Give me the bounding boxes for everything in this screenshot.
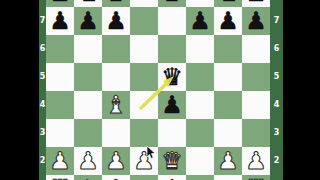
square-a2[interactable]: ♟ [46,147,74,175]
square-b7[interactable]: ♟ [74,7,102,35]
black-rook[interactable]: ♜ [46,0,74,7]
square-g2[interactable]: ♟ [214,147,242,175]
white-bishop[interactable]: ♝ [102,91,130,119]
square-b6[interactable] [74,35,102,63]
white-pawn[interactable]: ♟ [130,147,158,175]
square-e2[interactable]: ♛ [158,147,186,175]
square-c7[interactable]: ♟ [102,7,130,35]
white-queen[interactable]: ♛ [158,147,186,175]
square-b3[interactable] [74,119,102,147]
square-f2[interactable] [186,147,214,175]
chess-board[interactable]: ♜♞♝♚♞♜♟♟♟♟♟♟♛♝♟♟♟♟♟♛♟♟♜♞♝♚♜ [46,0,270,180]
square-c3[interactable] [102,119,130,147]
square-h8[interactable]: ♜ [242,0,270,7]
rank-label-2-left: 2 [39,157,46,165]
white-knight[interactable]: ♞ [74,175,102,180]
square-f4[interactable] [186,91,214,119]
white-pawn[interactable]: ♟ [74,147,102,175]
white-pawn[interactable]: ♟ [214,147,242,175]
square-f3[interactable] [186,119,214,147]
black-pawn[interactable]: ♟ [46,7,74,35]
rank-label-4-left: 4 [39,101,46,109]
black-bishop[interactable]: ♝ [102,0,130,7]
square-d4[interactable] [130,91,158,119]
rank-label-4-right: 4 [270,101,283,109]
square-d8[interactable] [130,0,158,7]
square-d7[interactable] [130,7,158,35]
square-a4[interactable] [46,91,74,119]
rank-label-6-right: 6 [270,45,283,53]
square-g1[interactable] [214,175,242,180]
square-b5[interactable] [74,63,102,91]
square-h6[interactable] [242,35,270,63]
square-d6[interactable] [130,35,158,63]
square-h4[interactable] [242,91,270,119]
white-king[interactable]: ♚ [158,175,186,180]
square-d5[interactable] [130,63,158,91]
rank-label-2-right: 2 [270,157,283,165]
square-d2[interactable]: ♟ [130,147,158,175]
square-h5[interactable] [242,63,270,91]
square-h3[interactable] [242,119,270,147]
square-e8[interactable]: ♚ [158,0,186,7]
square-f5[interactable] [186,63,214,91]
square-f6[interactable] [186,35,214,63]
square-c5[interactable] [102,63,130,91]
black-knight[interactable]: ♞ [214,0,242,7]
white-rook[interactable]: ♜ [46,175,74,180]
square-f1[interactable] [186,175,214,180]
rank-labels-left: 87654321 [39,0,46,180]
square-e3[interactable] [158,119,186,147]
square-f7[interactable]: ♟ [186,7,214,35]
black-pawn[interactable]: ♟ [102,7,130,35]
rank-label-5-left: 5 [39,73,46,81]
square-h7[interactable]: ♟ [242,7,270,35]
square-f8[interactable] [186,0,214,7]
square-g8[interactable]: ♞ [214,0,242,7]
rank-label-5-right: 5 [270,73,283,81]
square-b1[interactable]: ♞ [74,175,102,180]
square-e6[interactable] [158,35,186,63]
white-bishop[interactable]: ♝ [102,175,130,180]
rank-label-7-right: 7 [270,17,283,25]
square-c2[interactable]: ♟ [102,147,130,175]
rank-label-6-left: 6 [39,45,46,53]
square-b2[interactable]: ♟ [74,147,102,175]
square-g5[interactable] [214,63,242,91]
black-queen[interactable]: ♛ [158,63,186,91]
black-pawn[interactable]: ♟ [214,7,242,35]
black-king[interactable]: ♚ [158,0,186,7]
rank-label-3-right: 3 [270,129,283,137]
square-g4[interactable] [214,91,242,119]
square-a6[interactable] [46,35,74,63]
black-pawn[interactable]: ♟ [242,7,270,35]
square-a7[interactable]: ♟ [46,7,74,35]
square-c6[interactable] [102,35,130,63]
square-g7[interactable]: ♟ [214,7,242,35]
white-pawn[interactable]: ♟ [46,147,74,175]
white-pawn[interactable]: ♟ [242,147,270,175]
square-c1[interactable]: ♝ [102,175,130,180]
square-e7[interactable] [158,7,186,35]
square-g6[interactable] [214,35,242,63]
square-g3[interactable] [214,119,242,147]
black-pawn[interactable]: ♟ [158,91,186,119]
square-d1[interactable] [130,175,158,180]
white-pawn[interactable]: ♟ [102,147,130,175]
square-a8[interactable]: ♜ [46,0,74,7]
square-h1[interactable]: ♜ [242,175,270,180]
square-c4[interactable]: ♝ [102,91,130,119]
chess-app-window: 87654321 87654321 ♜♞♝♚♞♜♟♟♟♟♟♟♛♝♟♟♟♟♟♛♟♟… [0,0,320,180]
square-e4[interactable]: ♟ [158,91,186,119]
square-e5[interactable]: ♛ [158,63,186,91]
black-rook[interactable]: ♜ [242,0,270,7]
rank-label-3-left: 3 [39,129,46,137]
rank-label-7-left: 7 [39,17,46,25]
rank-labels-right: 87654321 [270,0,283,180]
square-a3[interactable] [46,119,74,147]
square-c8[interactable]: ♝ [102,0,130,7]
square-b8[interactable]: ♞ [74,0,102,7]
black-pawn[interactable]: ♟ [186,7,214,35]
square-e1[interactable]: ♚ [158,175,186,180]
square-a1[interactable]: ♜ [46,175,74,180]
square-a5[interactable] [46,63,74,91]
square-d3[interactable] [130,119,158,147]
square-h2[interactable]: ♟ [242,147,270,175]
white-rook[interactable]: ♜ [242,175,270,180]
black-knight[interactable]: ♞ [74,0,102,7]
square-b4[interactable] [74,91,102,119]
black-pawn[interactable]: ♟ [74,7,102,35]
